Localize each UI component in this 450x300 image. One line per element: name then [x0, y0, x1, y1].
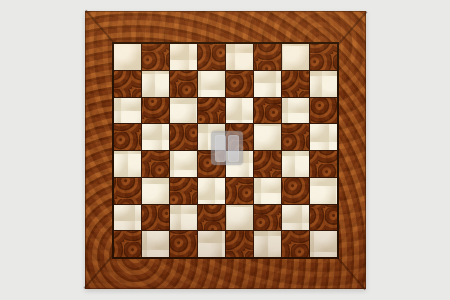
square-c3 — [170, 178, 197, 204]
square-c8 — [170, 44, 197, 70]
square-e6 — [226, 98, 253, 124]
square-b3 — [142, 178, 169, 204]
square-c2 — [170, 205, 197, 231]
square-a4 — [114, 151, 141, 177]
square-d7 — [198, 71, 225, 97]
square-h3 — [310, 178, 337, 204]
square-f2 — [254, 205, 281, 231]
square-c4 — [170, 151, 197, 177]
square-e3 — [226, 178, 253, 204]
square-h7 — [310, 71, 337, 97]
square-d1 — [198, 231, 225, 257]
square-a2 — [114, 205, 141, 231]
square-c5 — [170, 124, 197, 150]
square-e2 — [226, 205, 253, 231]
square-h6 — [310, 98, 337, 124]
square-b8 — [142, 44, 169, 70]
square-e8 — [226, 44, 253, 70]
square-b4 — [142, 151, 169, 177]
square-f8 — [254, 44, 281, 70]
square-a5 — [114, 124, 141, 150]
square-f5 — [254, 124, 281, 150]
watermark-bar-right — [228, 135, 239, 162]
square-g1 — [282, 231, 309, 257]
square-e7 — [226, 71, 253, 97]
square-g3 — [282, 178, 309, 204]
square-a1 — [114, 231, 141, 257]
square-g6 — [282, 98, 309, 124]
square-d8 — [198, 44, 225, 70]
square-c1 — [170, 231, 197, 257]
square-h2 — [310, 205, 337, 231]
square-b7 — [142, 71, 169, 97]
square-a6 — [114, 98, 141, 124]
square-g2 — [282, 205, 309, 231]
square-d3 — [198, 178, 225, 204]
square-b2 — [142, 205, 169, 231]
square-f6 — [254, 98, 281, 124]
square-c6 — [170, 98, 197, 124]
square-h4 — [310, 151, 337, 177]
frame-miter-bottom-right — [335, 255, 366, 290]
square-c7 — [170, 71, 197, 97]
square-g7 — [282, 71, 309, 97]
frame-miter-top-left — [85, 10, 116, 45]
watermark-bar-left — [215, 135, 226, 162]
square-a7 — [114, 71, 141, 97]
photo-background — [0, 0, 450, 300]
square-b5 — [142, 124, 169, 150]
square-f4 — [254, 151, 281, 177]
square-f3 — [254, 178, 281, 204]
frame-miter-bottom-left — [83, 254, 114, 289]
square-a8 — [114, 44, 141, 70]
square-h1 — [310, 231, 337, 257]
square-b6 — [142, 98, 169, 124]
square-h8 — [310, 44, 337, 70]
square-d2 — [198, 205, 225, 231]
square-f1 — [254, 231, 281, 257]
square-b1 — [142, 231, 169, 257]
square-g4 — [282, 151, 309, 177]
square-g8 — [282, 44, 309, 70]
photo-watermark-icon — [211, 131, 243, 165]
square-h5 — [310, 124, 337, 150]
frame-miter-top-right — [336, 11, 367, 46]
square-a3 — [114, 178, 141, 204]
square-f7 — [254, 71, 281, 97]
chess-board — [85, 11, 366, 289]
square-d6 — [198, 98, 225, 124]
square-e1 — [226, 231, 253, 257]
square-g5 — [282, 124, 309, 150]
